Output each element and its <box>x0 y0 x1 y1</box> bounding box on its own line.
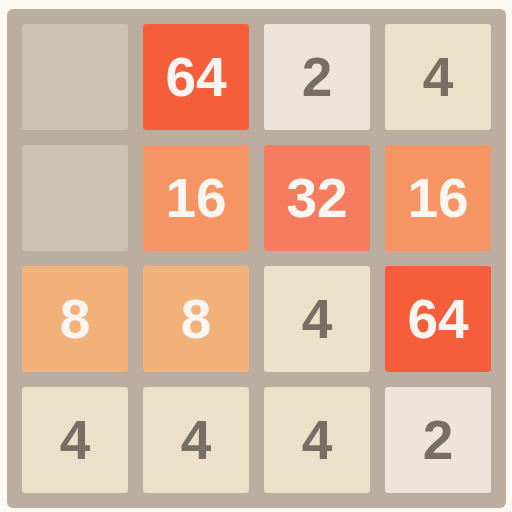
cell-r0c2-tile-2: 2 <box>264 24 370 130</box>
cell-r0c1-tile-64: 64 <box>143 24 249 130</box>
cell-r1c3-tile-16: 16 <box>385 145 491 251</box>
cell-r3c0-tile-4: 4 <box>22 387 128 493</box>
cell-r2c2-tile-4: 4 <box>264 266 370 372</box>
cell-r1c2-tile-32: 32 <box>264 145 370 251</box>
cell-r2c1-tile-8: 8 <box>143 266 249 372</box>
cell-r3c2-tile-4: 4 <box>264 387 370 493</box>
cell-r2c3-tile-64: 64 <box>385 266 491 372</box>
cell-r1c0-empty <box>22 145 128 251</box>
cell-r0c3-tile-4: 4 <box>385 24 491 130</box>
cell-r2c0-tile-8: 8 <box>22 266 128 372</box>
cell-r0c0-empty <box>22 24 128 130</box>
cell-r3c1-tile-4: 4 <box>143 387 249 493</box>
cell-r3c3-tile-2: 2 <box>385 387 491 493</box>
game-board-2048[interactable]: 64 2 4 16 32 16 8 8 4 64 4 4 4 2 <box>7 9 506 508</box>
cell-r1c1-tile-16: 16 <box>143 145 249 251</box>
